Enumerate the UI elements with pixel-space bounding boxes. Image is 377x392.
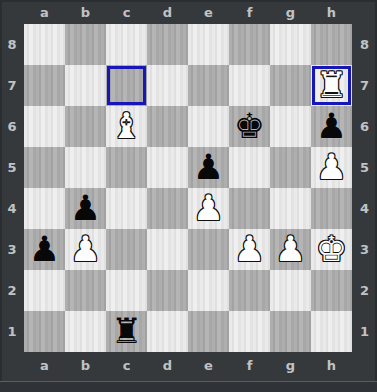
square-c5[interactable] (106, 147, 147, 188)
rank-label-6: 6 (0, 106, 24, 147)
square-g6[interactable] (270, 106, 311, 147)
square-d8[interactable] (147, 24, 188, 65)
file-label-g: g (270, 352, 311, 378)
rank-label-2: 2 (352, 270, 377, 311)
square-h1[interactable] (311, 311, 352, 352)
square-e7[interactable] (188, 65, 229, 106)
file-label-f: f (229, 352, 270, 378)
square-f7[interactable] (229, 65, 270, 106)
square-b5[interactable] (65, 147, 106, 188)
square-d2[interactable] (147, 270, 188, 311)
square-e6[interactable] (188, 106, 229, 147)
white-pawn-h5[interactable]: ♟ (316, 147, 347, 188)
square-d5[interactable] (147, 147, 188, 188)
square-e5[interactable]: ♟ (188, 147, 229, 188)
square-a2[interactable] (24, 270, 65, 311)
square-h8[interactable] (311, 24, 352, 65)
rank-label-4: 4 (0, 188, 24, 229)
file-label-h: h (311, 0, 352, 24)
square-b6[interactable] (65, 106, 106, 147)
square-b4[interactable]: ♟ (65, 188, 106, 229)
square-f3[interactable]: ♟ (229, 229, 270, 270)
rank-label-4: 4 (352, 188, 377, 229)
white-pawn-g3[interactable]: ♟ (275, 229, 306, 270)
square-h5[interactable]: ♟ (311, 147, 352, 188)
black-pawn-h6[interactable]: ♟ (316, 106, 347, 147)
square-d1[interactable] (147, 311, 188, 352)
square-a3[interactable]: ♟ (24, 229, 65, 270)
file-labels-top: abcdefgh (24, 0, 352, 24)
rank-labels-right: 87654321 (352, 24, 377, 352)
white-pawn-f3[interactable]: ♟ (234, 229, 265, 270)
square-c4[interactable] (106, 188, 147, 229)
rank-label-7: 7 (0, 65, 24, 106)
square-f8[interactable] (229, 24, 270, 65)
file-label-a: a (24, 352, 65, 378)
square-g5[interactable] (270, 147, 311, 188)
file-label-c: c (106, 352, 147, 378)
square-a6[interactable] (24, 106, 65, 147)
square-c1[interactable]: ♜ (106, 311, 147, 352)
square-c7[interactable] (106, 65, 147, 106)
square-e3[interactable] (188, 229, 229, 270)
square-h2[interactable] (311, 270, 352, 311)
file-label-h: h (311, 352, 352, 378)
square-g4[interactable] (270, 188, 311, 229)
rank-label-7: 7 (352, 65, 377, 106)
file-label-e: e (188, 0, 229, 24)
black-rook-c1[interactable]: ♜ (111, 311, 142, 352)
white-pawn-e4[interactable]: ♟ (193, 188, 224, 229)
rank-label-8: 8 (352, 24, 377, 65)
square-a4[interactable] (24, 188, 65, 229)
file-label-d: d (147, 0, 188, 24)
rank-label-5: 5 (352, 147, 377, 188)
square-b7[interactable] (65, 65, 106, 106)
square-a7[interactable] (24, 65, 65, 106)
black-pawn-a3[interactable]: ♟ (29, 229, 60, 270)
square-g7[interactable] (270, 65, 311, 106)
square-h3[interactable]: ♚ (311, 229, 352, 270)
square-d7[interactable] (147, 65, 188, 106)
rank-label-1: 1 (0, 311, 24, 352)
file-labels-bottom: abcdefgh (24, 352, 352, 378)
rank-labels-left: 87654321 (0, 24, 24, 352)
square-f1[interactable] (229, 311, 270, 352)
square-g1[interactable] (270, 311, 311, 352)
square-e2[interactable] (188, 270, 229, 311)
square-f4[interactable] (229, 188, 270, 229)
file-label-a: a (24, 0, 65, 24)
rank-label-3: 3 (0, 229, 24, 270)
black-king-f6[interactable]: ♚ (234, 106, 265, 147)
square-c6[interactable]: ♝ (106, 106, 147, 147)
square-e8[interactable] (188, 24, 229, 65)
square-f5[interactable] (229, 147, 270, 188)
white-pawn-b3[interactable]: ♟ (70, 229, 101, 270)
square-a8[interactable] (24, 24, 65, 65)
square-c3[interactable] (106, 229, 147, 270)
square-a5[interactable] (24, 147, 65, 188)
square-g2[interactable] (270, 270, 311, 311)
footer-bar-cutoff (0, 382, 377, 392)
chess-app: abcdefgh abcdefgh 87654321 87654321 ♜♝♚♟… (0, 0, 377, 392)
square-f6[interactable]: ♚ (229, 106, 270, 147)
file-label-g: g (270, 0, 311, 24)
chess-board: ♜♝♚♟♟♟♟♟♟♟♟♟♚♜ (24, 24, 352, 352)
square-b2[interactable] (65, 270, 106, 311)
square-d6[interactable] (147, 106, 188, 147)
square-c2[interactable] (106, 270, 147, 311)
white-rook-h7[interactable]: ♜ (316, 65, 347, 106)
file-label-c: c (106, 0, 147, 24)
square-g8[interactable] (270, 24, 311, 65)
square-b1[interactable] (65, 311, 106, 352)
square-d4[interactable] (147, 188, 188, 229)
rank-label-1: 1 (352, 311, 377, 352)
square-c8[interactable] (106, 24, 147, 65)
square-f2[interactable] (229, 270, 270, 311)
square-e1[interactable] (188, 311, 229, 352)
square-g3[interactable]: ♟ (270, 229, 311, 270)
white-king-h3[interactable]: ♚ (316, 229, 347, 270)
square-d3[interactable] (147, 229, 188, 270)
square-b3[interactable]: ♟ (65, 229, 106, 270)
file-label-f: f (229, 0, 270, 24)
last-move-highlight-c7 (107, 66, 146, 105)
square-h7[interactable]: ♜ (311, 65, 352, 106)
file-label-e: e (188, 352, 229, 378)
file-label-b: b (65, 352, 106, 378)
black-pawn-b4[interactable]: ♟ (70, 188, 101, 229)
rank-label-6: 6 (352, 106, 377, 147)
rank-label-8: 8 (0, 24, 24, 65)
white-bishop-c6[interactable]: ♝ (111, 106, 142, 147)
square-h6[interactable]: ♟ (311, 106, 352, 147)
file-label-b: b (65, 0, 106, 24)
square-h4[interactable] (311, 188, 352, 229)
file-label-d: d (147, 352, 188, 378)
square-a1[interactable] (24, 311, 65, 352)
black-pawn-e5[interactable]: ♟ (193, 147, 224, 188)
rank-label-3: 3 (352, 229, 377, 270)
square-b8[interactable] (65, 24, 106, 65)
square-e4[interactable]: ♟ (188, 188, 229, 229)
rank-label-2: 2 (0, 270, 24, 311)
rank-label-5: 5 (0, 147, 24, 188)
